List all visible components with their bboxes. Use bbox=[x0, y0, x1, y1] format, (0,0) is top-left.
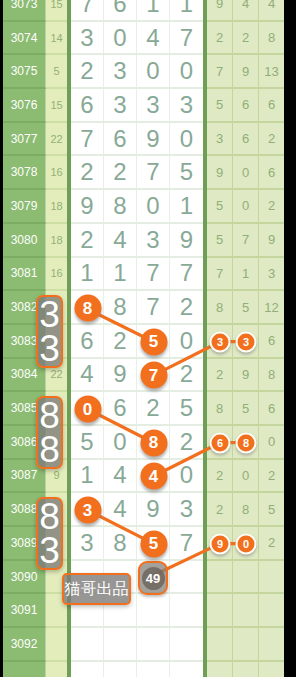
digit-cell: 7 bbox=[170, 258, 203, 292]
digit-cell: 9 bbox=[104, 359, 137, 393]
digit-cell: 2 bbox=[71, 156, 104, 190]
digit-cell: 2 bbox=[170, 359, 203, 393]
digit-cell: 7 bbox=[137, 291, 170, 325]
stat-cell: 7 bbox=[233, 224, 259, 258]
stat-cell bbox=[207, 561, 233, 595]
digit-cell: 1 bbox=[104, 258, 137, 292]
stat-cell: 8 bbox=[259, 22, 284, 56]
circled-number: 0 bbox=[236, 533, 257, 554]
digit-cell: 3 bbox=[104, 89, 137, 123]
digit-cell: 0 bbox=[104, 426, 137, 460]
digit-cell: 8 bbox=[104, 527, 137, 561]
issue-cell: 3078 bbox=[3, 156, 46, 190]
digit-cell: 6 bbox=[71, 89, 104, 123]
digit-cell: 9 bbox=[137, 493, 170, 527]
stat-cell: 3 bbox=[259, 258, 284, 292]
digit-cell: 3 bbox=[71, 527, 104, 561]
stat-cell bbox=[207, 662, 233, 677]
digit-cell bbox=[170, 662, 203, 677]
digit-cell: 0 bbox=[104, 22, 137, 56]
digit-cell: 7 bbox=[170, 527, 203, 561]
digit-cell bbox=[170, 628, 203, 662]
circled-number: 5 bbox=[140, 530, 167, 557]
stat-cell: 9 bbox=[207, 0, 233, 22]
highlight-digit: 3 bbox=[39, 534, 60, 567]
stat-cell: 0 bbox=[233, 460, 259, 494]
stat-cell bbox=[207, 594, 233, 628]
stat-cell: 5 bbox=[233, 291, 259, 325]
stat-cell: 2 bbox=[207, 359, 233, 393]
digit-cell: 7 bbox=[71, 0, 104, 22]
circled-number: 3 bbox=[74, 497, 101, 524]
digit-cell: 7 bbox=[137, 258, 170, 292]
stat-cell: 9 bbox=[233, 55, 259, 89]
stat-cell: 2 bbox=[207, 493, 233, 527]
stat-cell: 3 bbox=[207, 123, 233, 157]
digit-cell: 1 bbox=[71, 258, 104, 292]
digit-cell bbox=[71, 662, 104, 677]
sum-cell: 16 bbox=[46, 258, 67, 292]
digit-cell bbox=[104, 662, 137, 677]
stat-cell: 13 bbox=[259, 55, 284, 89]
digit-cell: 2 bbox=[104, 156, 137, 190]
stat-cell bbox=[233, 594, 259, 628]
digit-cell: 3 bbox=[170, 89, 203, 123]
digit-cell bbox=[137, 662, 170, 677]
digit-cell: 2 bbox=[170, 291, 203, 325]
stat-cell bbox=[233, 561, 259, 595]
circled-number: 8 bbox=[236, 432, 257, 453]
issue-cell: 3079 bbox=[3, 190, 46, 224]
lottery-trend-chart: 3073157611944307414304722830755230079133… bbox=[0, 0, 296, 677]
stat-cell: 2 bbox=[259, 460, 284, 494]
sum-cell: 16 bbox=[46, 156, 67, 190]
issue-cell: 3092 bbox=[3, 628, 46, 662]
stat-cell: 6 bbox=[259, 89, 284, 123]
circled-number: 8 bbox=[74, 295, 101, 322]
stat-cell: 0 bbox=[233, 156, 259, 190]
issue-cell: 3080 bbox=[3, 224, 46, 258]
sum-cell: 18 bbox=[46, 190, 67, 224]
issue-cell: 3091 bbox=[3, 594, 46, 628]
stat-cell: 2 bbox=[207, 22, 233, 56]
circled-number: 3 bbox=[236, 331, 257, 352]
digit-cell: 1 bbox=[137, 0, 170, 22]
digit-cell: 4 bbox=[137, 22, 170, 56]
digit-cell: 9 bbox=[71, 190, 104, 224]
stat-cell: 6 bbox=[259, 392, 284, 426]
issue-cell: 3076 bbox=[3, 89, 46, 123]
digit-cell bbox=[71, 628, 104, 662]
highlight-digit-box: 88 bbox=[36, 396, 63, 469]
sum-cell: 15 bbox=[46, 89, 67, 123]
stat-cell: 2 bbox=[233, 22, 259, 56]
issue-cell: 3074 bbox=[3, 22, 46, 56]
stat-cell: 1 bbox=[233, 258, 259, 292]
digit-cell bbox=[137, 594, 170, 628]
sum-cell: 18 bbox=[46, 224, 67, 258]
digit-cell: 0 bbox=[170, 55, 203, 89]
digit-cell: 0 bbox=[170, 123, 203, 157]
highlight-digit: 8 bbox=[39, 399, 60, 432]
digit-cell: 5 bbox=[170, 392, 203, 426]
stat-cell: 8 bbox=[207, 291, 233, 325]
highlight-digit: 3 bbox=[39, 298, 60, 331]
circled-number: 6 bbox=[210, 432, 231, 453]
digit-cell: 4 bbox=[104, 224, 137, 258]
stat-cell bbox=[259, 662, 284, 677]
stat-cell: 2 bbox=[259, 190, 284, 224]
circled-number: 0 bbox=[74, 396, 101, 423]
stat-cell: 8 bbox=[207, 392, 233, 426]
sum-cell: 15 bbox=[46, 0, 67, 22]
digit-cell: 7 bbox=[170, 22, 203, 56]
circled-number: 8 bbox=[140, 429, 167, 456]
stat-cell: 5 bbox=[259, 493, 284, 527]
stat-cell: 8 bbox=[259, 359, 284, 393]
circled-number: 4 bbox=[140, 463, 167, 490]
sum-cell bbox=[46, 662, 67, 677]
digit-cell: 2 bbox=[104, 325, 137, 359]
stat-cell: 12 bbox=[259, 291, 284, 325]
digit-cell: 9 bbox=[137, 123, 170, 157]
digit-cell: 2 bbox=[71, 55, 104, 89]
digit-cell: 3 bbox=[71, 22, 104, 56]
digit-cell bbox=[104, 628, 137, 662]
stat-cell bbox=[259, 561, 284, 595]
digit-cell: 3 bbox=[170, 493, 203, 527]
digit-cell: 1 bbox=[170, 0, 203, 22]
sum-cell: 5 bbox=[46, 55, 67, 89]
watermark-text: 猫哥出品 bbox=[65, 579, 129, 600]
circled-number: 9 bbox=[210, 533, 231, 554]
digit-cell: 0 bbox=[137, 190, 170, 224]
circled-number: 3 bbox=[210, 331, 231, 352]
stat-cell: 2 bbox=[259, 123, 284, 157]
stat-cell: 7 bbox=[207, 55, 233, 89]
next-issue-number: 49 bbox=[142, 567, 165, 590]
stat-cell: 5 bbox=[207, 89, 233, 123]
circled-number: 7 bbox=[140, 362, 167, 389]
highlight-digit: 8 bbox=[39, 500, 60, 533]
digit-cell: 6 bbox=[71, 325, 104, 359]
digit-cell: 2 bbox=[137, 392, 170, 426]
stat-cell bbox=[259, 628, 284, 662]
digit-cell: 2 bbox=[71, 224, 104, 258]
digit-cell: 6 bbox=[104, 0, 137, 22]
digit-cell: 6 bbox=[104, 392, 137, 426]
stat-cell: 0 bbox=[233, 190, 259, 224]
stat-cell bbox=[259, 594, 284, 628]
stat-cell: 5 bbox=[207, 224, 233, 258]
highlight-digit: 8 bbox=[39, 433, 60, 466]
digit-cell bbox=[137, 628, 170, 662]
stat-cell bbox=[207, 628, 233, 662]
digit-cell: 0 bbox=[170, 325, 203, 359]
circled-number: 5 bbox=[140, 328, 167, 355]
stat-cell: 6 bbox=[233, 89, 259, 123]
digit-cell bbox=[170, 594, 203, 628]
stat-cell: 4 bbox=[233, 0, 259, 22]
stat-cell: 4 bbox=[259, 0, 284, 22]
digit-cell: 4 bbox=[104, 493, 137, 527]
digit-cell: 3 bbox=[104, 55, 137, 89]
stat-cell: 9 bbox=[207, 156, 233, 190]
digit-cell: 2 bbox=[170, 426, 203, 460]
stat-cell: 2 bbox=[207, 460, 233, 494]
stat-cell: 5 bbox=[207, 190, 233, 224]
digit-cell: 5 bbox=[170, 156, 203, 190]
highlight-digit: 3 bbox=[39, 332, 60, 365]
issue-cell bbox=[3, 662, 46, 677]
digit-cell: 3 bbox=[137, 224, 170, 258]
watermark-label: 猫哥出品 bbox=[62, 573, 131, 605]
digit-cell: 6 bbox=[104, 123, 137, 157]
highlight-digit-box: 83 bbox=[36, 497, 63, 570]
digit-cell: 0 bbox=[170, 460, 203, 494]
stat-cell: 9 bbox=[259, 224, 284, 258]
digit-cell bbox=[170, 561, 203, 595]
digit-cell: 9 bbox=[170, 224, 203, 258]
digit-cell: 5 bbox=[71, 426, 104, 460]
stat-cell: 6 bbox=[233, 123, 259, 157]
digit-cell: 8 bbox=[104, 291, 137, 325]
stat-cell: 8 bbox=[233, 493, 259, 527]
sum-cell: 14 bbox=[46, 22, 67, 56]
digit-cell: 7 bbox=[71, 123, 104, 157]
stat-cell: 6 bbox=[259, 325, 284, 359]
stat-cell: 9 bbox=[233, 359, 259, 393]
stat-cell: 6 bbox=[259, 156, 284, 190]
digit-cell: 8 bbox=[104, 190, 137, 224]
stat-cell: 7 bbox=[207, 258, 233, 292]
issue-cell: 3077 bbox=[3, 123, 46, 157]
issue-cell: 3075 bbox=[3, 55, 46, 89]
sum-cell: 22 bbox=[46, 123, 67, 157]
stat-cell bbox=[233, 662, 259, 677]
digit-cell: 1 bbox=[71, 460, 104, 494]
stat-cell: 0 bbox=[259, 426, 284, 460]
digit-cell: 0 bbox=[137, 55, 170, 89]
digit-cell: 1 bbox=[170, 190, 203, 224]
stat-cell: 2 bbox=[259, 527, 284, 561]
next-issue-badge: 49 bbox=[138, 561, 168, 595]
sum-cell bbox=[46, 628, 67, 662]
digit-cell: 3 bbox=[137, 89, 170, 123]
stat-cell: 5 bbox=[233, 392, 259, 426]
digit-cell: 7 bbox=[137, 156, 170, 190]
highlight-digit-box: 33 bbox=[36, 295, 63, 368]
issue-cell: 3073 bbox=[3, 0, 46, 22]
digit-cell: 4 bbox=[71, 359, 104, 393]
digit-cell: 4 bbox=[104, 460, 137, 494]
stat-cell bbox=[233, 628, 259, 662]
issue-cell: 3081 bbox=[3, 258, 46, 292]
